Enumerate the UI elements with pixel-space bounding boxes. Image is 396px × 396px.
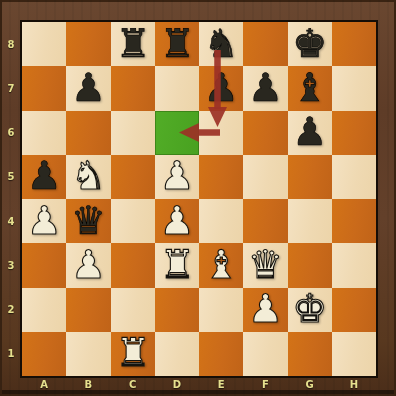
square-d6[interactable] <box>155 111 199 155</box>
rank-label-8: 8 <box>0 22 22 66</box>
square-g4[interactable] <box>288 199 332 243</box>
rank-label-5: 5 <box>0 155 22 199</box>
square-f5[interactable] <box>243 155 287 199</box>
white-pawn-d5[interactable]: ♟ <box>159 156 194 195</box>
square-e6[interactable] <box>199 111 243 155</box>
square-d2[interactable] <box>155 288 199 332</box>
file-label-d: D <box>155 375 199 393</box>
square-h5[interactable] <box>332 155 376 199</box>
square-d5[interactable]: ♟ <box>155 155 199 199</box>
square-g1[interactable] <box>288 332 332 376</box>
square-a7[interactable] <box>22 66 66 110</box>
square-c1[interactable]: ♜ <box>111 332 155 376</box>
square-h4[interactable] <box>332 199 376 243</box>
file-label-g: G <box>288 375 332 393</box>
black-pawn-b7[interactable]: ♟ <box>71 68 106 107</box>
white-king-g2[interactable]: ♚ <box>292 289 327 328</box>
square-e7[interactable]: ♟ <box>199 66 243 110</box>
black-king-g8[interactable]: ♚ <box>292 24 327 63</box>
white-queen-f3[interactable]: ♛ <box>248 245 283 284</box>
square-c8[interactable]: ♜ <box>111 22 155 66</box>
square-b1[interactable] <box>66 332 110 376</box>
white-rook-d3[interactable]: ♜ <box>159 245 194 284</box>
square-c7[interactable] <box>111 66 155 110</box>
square-d7[interactable] <box>155 66 199 110</box>
square-e3[interactable]: ♝ <box>199 243 243 287</box>
square-c4[interactable] <box>111 199 155 243</box>
square-h3[interactable] <box>332 243 376 287</box>
white-pawn-b3[interactable]: ♟ <box>71 245 106 284</box>
file-label-e: E <box>199 375 243 393</box>
square-f7[interactable]: ♟ <box>243 66 287 110</box>
square-c5[interactable] <box>111 155 155 199</box>
square-h6[interactable] <box>332 111 376 155</box>
square-b6[interactable] <box>66 111 110 155</box>
black-pawn-a5[interactable]: ♟ <box>27 156 62 195</box>
black-pawn-g6[interactable]: ♟ <box>292 112 327 151</box>
square-a2[interactable] <box>22 288 66 332</box>
file-label-a: A <box>22 375 66 393</box>
square-a1[interactable] <box>22 332 66 376</box>
black-pawn-f7[interactable]: ♟ <box>248 68 283 107</box>
square-c6[interactable] <box>111 111 155 155</box>
rank-label-1: 1 <box>0 332 22 376</box>
square-b5[interactable]: ♞ <box>66 155 110 199</box>
square-d4[interactable]: ♟ <box>155 199 199 243</box>
file-label-f: F <box>243 375 287 393</box>
chess-board[interactable]: ♜♜♞♚♟♟♟♝♟♟♞♟♟♛♟♟♜♝♛♟♚♜ <box>22 22 376 376</box>
square-f1[interactable] <box>243 332 287 376</box>
file-labels: ABCDEFGH <box>22 375 376 393</box>
square-f8[interactable] <box>243 22 287 66</box>
square-e1[interactable] <box>199 332 243 376</box>
file-label-h: H <box>332 375 376 393</box>
square-h1[interactable] <box>332 332 376 376</box>
square-e5[interactable] <box>199 155 243 199</box>
black-bishop-g7[interactable]: ♝ <box>292 68 327 107</box>
square-f3[interactable]: ♛ <box>243 243 287 287</box>
square-h8[interactable] <box>332 22 376 66</box>
rank-label-7: 7 <box>0 66 22 110</box>
black-knight-e8[interactable]: ♞ <box>204 24 239 63</box>
square-a3[interactable] <box>22 243 66 287</box>
square-b8[interactable] <box>66 22 110 66</box>
white-bishop-e3[interactable]: ♝ <box>204 245 239 284</box>
rank-label-6: 6 <box>0 111 22 155</box>
square-a4[interactable]: ♟ <box>22 199 66 243</box>
square-g5[interactable] <box>288 155 332 199</box>
square-d1[interactable] <box>155 332 199 376</box>
square-b2[interactable] <box>66 288 110 332</box>
chess-app-window: 87654321 ABCDEFGH ♜♜♞♚♟♟♟♝♟♟♞♟♟♛♟♟♜♝♛♟♚♜ <box>0 0 396 396</box>
square-g2[interactable]: ♚ <box>288 288 332 332</box>
file-label-b: B <box>66 375 110 393</box>
white-rook-c1[interactable]: ♜ <box>115 333 150 372</box>
black-rook-c8[interactable]: ♜ <box>115 24 150 63</box>
rank-label-4: 4 <box>0 199 22 243</box>
square-e2[interactable] <box>199 288 243 332</box>
square-c2[interactable] <box>111 288 155 332</box>
white-pawn-d4[interactable]: ♟ <box>159 201 194 240</box>
square-g3[interactable] <box>288 243 332 287</box>
square-a5[interactable]: ♟ <box>22 155 66 199</box>
file-label-c: C <box>111 375 155 393</box>
square-b4[interactable]: ♛ <box>66 199 110 243</box>
square-g8[interactable]: ♚ <box>288 22 332 66</box>
square-c3[interactable] <box>111 243 155 287</box>
black-rook-d8[interactable]: ♜ <box>159 24 194 63</box>
rank-label-2: 2 <box>0 288 22 332</box>
square-g7[interactable]: ♝ <box>288 66 332 110</box>
square-h7[interactable] <box>332 66 376 110</box>
square-h2[interactable] <box>332 288 376 332</box>
rank-labels: 87654321 <box>0 22 22 376</box>
square-d8[interactable]: ♜ <box>155 22 199 66</box>
square-a8[interactable] <box>22 22 66 66</box>
white-knight-b5[interactable]: ♞ <box>71 156 106 195</box>
square-e8[interactable]: ♞ <box>199 22 243 66</box>
square-b7[interactable]: ♟ <box>66 66 110 110</box>
square-e4[interactable] <box>199 199 243 243</box>
white-pawn-a4[interactable]: ♟ <box>27 201 62 240</box>
black-pawn-e7[interactable]: ♟ <box>204 68 239 107</box>
square-b3[interactable]: ♟ <box>66 243 110 287</box>
black-queen-b4[interactable]: ♛ <box>71 201 106 240</box>
square-f6[interactable] <box>243 111 287 155</box>
rank-label-3: 3 <box>0 243 22 287</box>
square-f4[interactable] <box>243 199 287 243</box>
square-a6[interactable] <box>22 111 66 155</box>
square-f2[interactable]: ♟ <box>243 288 287 332</box>
square-d3[interactable]: ♜ <box>155 243 199 287</box>
white-pawn-f2[interactable]: ♟ <box>248 289 283 328</box>
square-g6[interactable]: ♟ <box>288 111 332 155</box>
